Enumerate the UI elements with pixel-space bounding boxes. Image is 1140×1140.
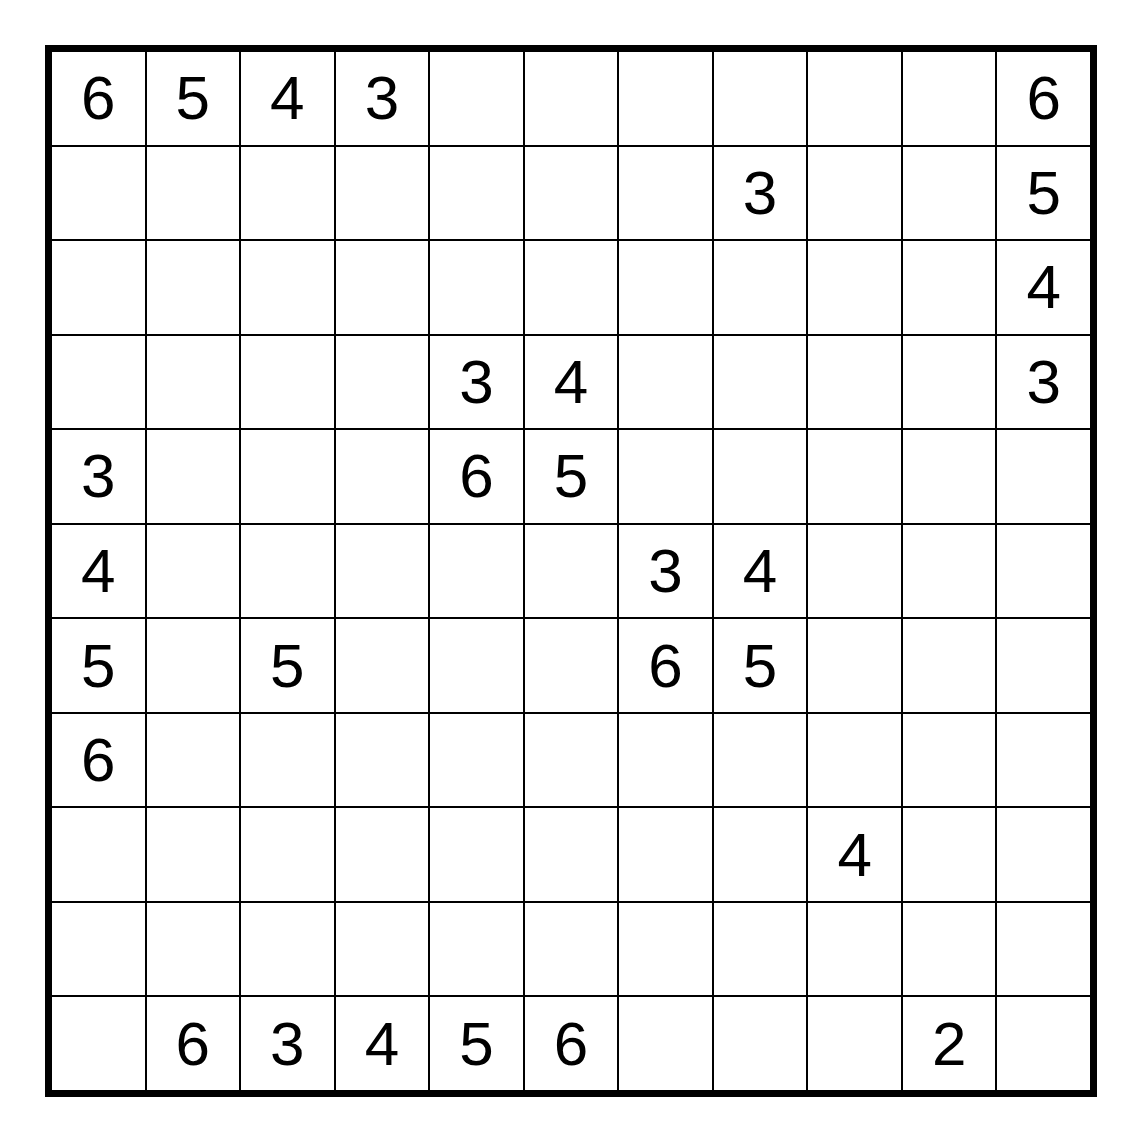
cell-r9c8[interactable]	[714, 808, 807, 901]
cell-r9c1[interactable]	[52, 808, 145, 901]
clue-digit: 4	[81, 540, 115, 602]
cell-r7c8[interactable]: 5	[714, 619, 807, 712]
cell-r8c11[interactable]	[997, 714, 1090, 807]
cell-r1c8[interactable]	[714, 52, 807, 145]
cell-r1c9[interactable]	[808, 52, 901, 145]
cell-r8c1[interactable]: 6	[52, 714, 145, 807]
cell-r11c4[interactable]: 4	[336, 997, 429, 1090]
clue-digit: 4	[365, 1013, 399, 1075]
cell-r1c4[interactable]: 3	[336, 52, 429, 145]
cell-r11c9[interactable]	[808, 997, 901, 1090]
cell-r7c11[interactable]	[997, 619, 1090, 712]
cell-r7c1[interactable]: 5	[52, 619, 145, 712]
cell-r9c10[interactable]	[903, 808, 996, 901]
cell-r9c3[interactable]	[241, 808, 334, 901]
cell-r7c9[interactable]	[808, 619, 901, 712]
cell-r5c1[interactable]: 3	[52, 430, 145, 523]
clue-digit: 6	[459, 445, 493, 507]
cell-r3c4[interactable]	[336, 241, 429, 334]
cell-r9c5[interactable]	[430, 808, 523, 901]
cell-r4c2[interactable]	[147, 336, 240, 429]
cell-r11c2[interactable]: 6	[147, 997, 240, 1090]
cell-r8c5[interactable]	[430, 714, 523, 807]
cell-r7c10[interactable]	[903, 619, 996, 712]
cell-r3c3[interactable]	[241, 241, 334, 334]
cell-r2c6[interactable]	[525, 147, 618, 240]
cell-r1c10[interactable]	[903, 52, 996, 145]
cell-r8c9[interactable]	[808, 714, 901, 807]
cell-r3c9[interactable]	[808, 241, 901, 334]
clue-digit: 3	[365, 67, 399, 129]
cell-r7c7[interactable]: 6	[619, 619, 712, 712]
cell-r4c4[interactable]	[336, 336, 429, 429]
cell-r3c8[interactable]	[714, 241, 807, 334]
cell-r4c6[interactable]: 4	[525, 336, 618, 429]
cell-r1c2[interactable]: 5	[147, 52, 240, 145]
cell-r4c3[interactable]	[241, 336, 334, 429]
clue-digit: 3	[81, 445, 115, 507]
clue-digit: 5	[270, 635, 304, 697]
cell-r1c5[interactable]	[430, 52, 523, 145]
cell-r7c3[interactable]: 5	[241, 619, 334, 712]
clue-digit: 5	[554, 445, 588, 507]
cell-r11c1[interactable]	[52, 997, 145, 1090]
cell-r6c4[interactable]	[336, 525, 429, 618]
clue-digit: 4	[270, 67, 304, 129]
cell-r4c10[interactable]	[903, 336, 996, 429]
cell-r7c4[interactable]	[336, 619, 429, 712]
cell-r5c9[interactable]	[808, 430, 901, 523]
clue-digit: 6	[176, 1013, 210, 1075]
cell-r5c11[interactable]	[997, 430, 1090, 523]
clue-digit: 5	[81, 635, 115, 697]
cell-r1c7[interactable]	[619, 52, 712, 145]
cell-r6c11[interactable]	[997, 525, 1090, 618]
cell-r4c7[interactable]	[619, 336, 712, 429]
clue-digit: 6	[81, 67, 115, 129]
cell-r10c5[interactable]	[430, 903, 523, 996]
puzzle-page: 65436354343365434556564634562	[0, 0, 1140, 1140]
cell-r5c5[interactable]: 6	[430, 430, 523, 523]
cell-r3c1[interactable]	[52, 241, 145, 334]
cell-r4c1[interactable]	[52, 336, 145, 429]
cell-r5c2[interactable]	[147, 430, 240, 523]
clue-digit: 3	[1026, 351, 1060, 413]
cell-r10c7[interactable]	[619, 903, 712, 996]
cell-r8c6[interactable]	[525, 714, 618, 807]
clue-digit: 6	[554, 1013, 588, 1075]
cell-r3c11[interactable]: 4	[997, 241, 1090, 334]
cell-r4c11[interactable]: 3	[997, 336, 1090, 429]
cell-r10c8[interactable]	[714, 903, 807, 996]
cell-r3c5[interactable]	[430, 241, 523, 334]
cell-r3c7[interactable]	[619, 241, 712, 334]
cell-r11c3[interactable]: 3	[241, 997, 334, 1090]
cell-r2c11[interactable]: 5	[997, 147, 1090, 240]
cell-r9c2[interactable]	[147, 808, 240, 901]
cell-r1c6[interactable]	[525, 52, 618, 145]
cell-r11c11[interactable]	[997, 997, 1090, 1090]
cell-r9c9[interactable]: 4	[808, 808, 901, 901]
clue-digit: 6	[648, 635, 682, 697]
cell-r4c8[interactable]	[714, 336, 807, 429]
cell-r2c8[interactable]: 3	[714, 147, 807, 240]
cell-r3c10[interactable]	[903, 241, 996, 334]
cell-r11c10[interactable]: 2	[903, 997, 996, 1090]
cell-r10c10[interactable]	[903, 903, 996, 996]
clue-digit: 4	[1026, 256, 1060, 318]
cell-r5c6[interactable]: 5	[525, 430, 618, 523]
cell-r6c5[interactable]	[430, 525, 523, 618]
cell-r3c2[interactable]	[147, 241, 240, 334]
cell-r2c2[interactable]	[147, 147, 240, 240]
clue-digit: 4	[743, 540, 777, 602]
clue-digit: 3	[270, 1013, 304, 1075]
cell-r11c7[interactable]	[619, 997, 712, 1090]
cell-r11c5[interactable]: 5	[430, 997, 523, 1090]
puzzle-board: 65436354343365434556564634562	[45, 45, 1097, 1097]
cell-r4c5[interactable]: 3	[430, 336, 523, 429]
cell-r10c2[interactable]	[147, 903, 240, 996]
cell-r7c5[interactable]	[430, 619, 523, 712]
cell-r6c3[interactable]	[241, 525, 334, 618]
cell-r9c7[interactable]	[619, 808, 712, 901]
cell-r8c4[interactable]	[336, 714, 429, 807]
cell-r10c6[interactable]	[525, 903, 618, 996]
cell-r2c5[interactable]	[430, 147, 523, 240]
cell-r2c9[interactable]	[808, 147, 901, 240]
cell-r3c6[interactable]	[525, 241, 618, 334]
cell-r8c10[interactable]	[903, 714, 996, 807]
clue-digit: 3	[459, 351, 493, 413]
cell-r6c6[interactable]	[525, 525, 618, 618]
cell-r5c7[interactable]	[619, 430, 712, 523]
cell-r10c11[interactable]	[997, 903, 1090, 996]
cell-r1c1[interactable]: 6	[52, 52, 145, 145]
cell-r2c4[interactable]	[336, 147, 429, 240]
clue-digit: 3	[648, 540, 682, 602]
cell-r6c9[interactable]	[808, 525, 901, 618]
cell-r6c7[interactable]: 3	[619, 525, 712, 618]
clue-digit: 2	[932, 1013, 966, 1075]
cell-r2c7[interactable]	[619, 147, 712, 240]
clue-digit: 5	[743, 635, 777, 697]
cell-r2c10[interactable]	[903, 147, 996, 240]
cell-r6c1[interactable]: 4	[52, 525, 145, 618]
cell-r8c7[interactable]	[619, 714, 712, 807]
cell-r9c11[interactable]	[997, 808, 1090, 901]
cell-r5c8[interactable]	[714, 430, 807, 523]
cell-r5c10[interactable]	[903, 430, 996, 523]
cell-r10c3[interactable]	[241, 903, 334, 996]
cell-r7c2[interactable]	[147, 619, 240, 712]
clue-digit: 5	[1026, 162, 1060, 224]
clue-digit: 4	[837, 824, 871, 886]
cell-r6c2[interactable]	[147, 525, 240, 618]
clue-digit: 6	[1026, 67, 1060, 129]
cell-r6c8[interactable]: 4	[714, 525, 807, 618]
clue-digit: 4	[554, 351, 588, 413]
cell-r9c6[interactable]	[525, 808, 618, 901]
cell-r1c11[interactable]: 6	[997, 52, 1090, 145]
cell-r11c8[interactable]	[714, 997, 807, 1090]
cell-r10c9[interactable]	[808, 903, 901, 996]
clue-digit: 5	[459, 1013, 493, 1075]
cell-r6c10[interactable]	[903, 525, 996, 618]
clue-digit: 5	[176, 67, 210, 129]
cell-r9c4[interactable]	[336, 808, 429, 901]
cell-r2c3[interactable]	[241, 147, 334, 240]
cell-r2c1[interactable]	[52, 147, 145, 240]
clue-digit: 3	[743, 162, 777, 224]
clue-digit: 6	[81, 729, 115, 791]
cell-r8c3[interactable]	[241, 714, 334, 807]
cell-r5c4[interactable]	[336, 430, 429, 523]
cell-r8c8[interactable]	[714, 714, 807, 807]
cell-r7c6[interactable]	[525, 619, 618, 712]
cell-r4c9[interactable]	[808, 336, 901, 429]
cell-r11c6[interactable]: 6	[525, 997, 618, 1090]
cell-r10c1[interactable]	[52, 903, 145, 996]
cell-r5c3[interactable]	[241, 430, 334, 523]
cell-r10c4[interactable]	[336, 903, 429, 996]
cell-r8c2[interactable]	[147, 714, 240, 807]
cell-r1c3[interactable]: 4	[241, 52, 334, 145]
